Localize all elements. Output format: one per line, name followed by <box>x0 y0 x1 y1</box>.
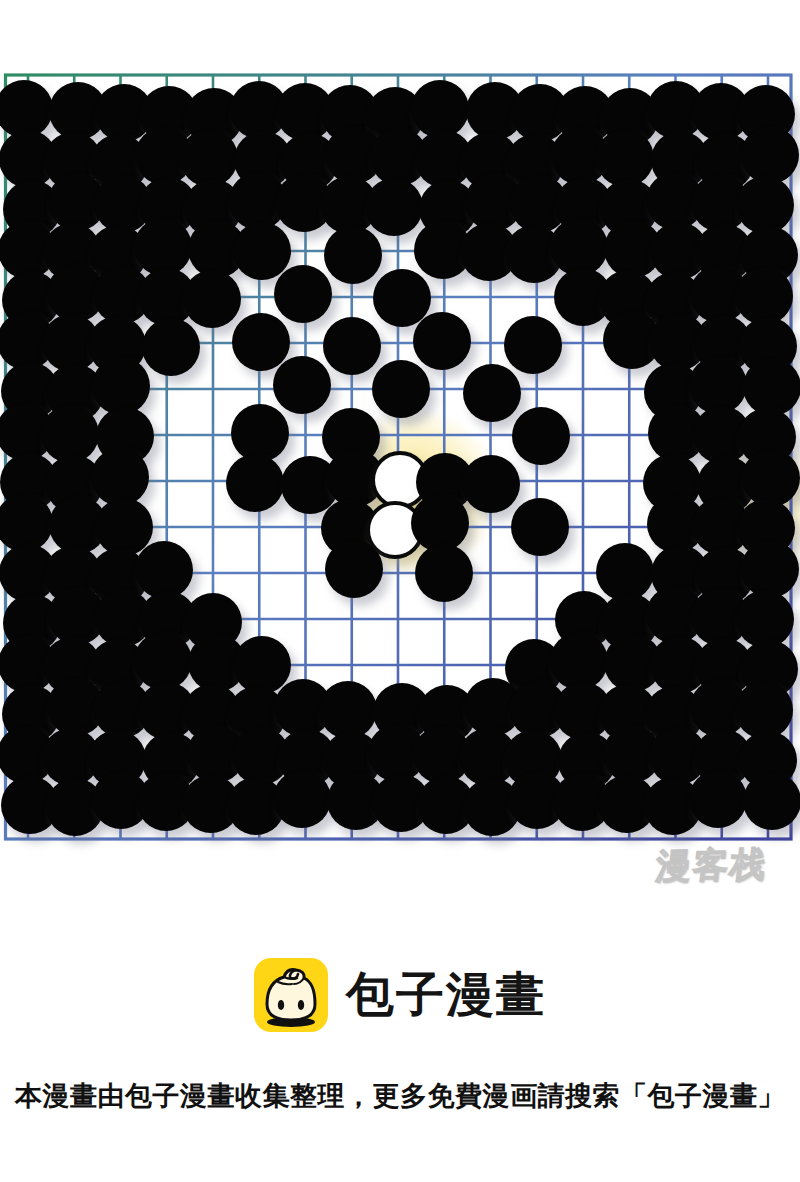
logo-row: 包子漫畫 <box>0 940 800 1050</box>
black-stone <box>273 770 331 828</box>
black-stone <box>226 454 284 512</box>
black-stone <box>231 404 289 462</box>
black-stone <box>743 358 800 416</box>
go-board: 漫客栈 <box>0 0 800 900</box>
black-stone <box>273 356 331 414</box>
black-stone <box>415 544 473 602</box>
footer-branding: 包子漫畫 本漫畫由包子漫畫收集整理，更多免費漫画請搜索「包子漫畫」 <box>0 940 800 1114</box>
black-stone <box>689 770 747 828</box>
black-stone <box>741 126 799 184</box>
stones-layer <box>0 0 800 900</box>
black-stone <box>323 317 381 375</box>
baozi-bun-icon <box>254 958 328 1032</box>
black-stone <box>365 178 423 236</box>
black-stone <box>511 498 569 556</box>
black-stone <box>741 540 799 598</box>
black-stone <box>512 407 570 465</box>
footer-caption: 本漫畫由包子漫畫收集整理，更多免費漫画請搜索「包子漫畫」 <box>0 1078 800 1114</box>
manga-page: 漫客栈 包子漫畫 本漫畫由包子漫畫收集整理，更多免費漫画請搜索「包子漫畫」 <box>0 0 800 1182</box>
watermark: 漫客栈 <box>653 841 769 890</box>
black-stone <box>274 265 332 323</box>
black-stone <box>142 318 200 376</box>
black-stone <box>743 772 800 830</box>
logo-title: 包子漫畫 <box>346 963 546 1027</box>
black-stone <box>462 455 520 513</box>
black-stone <box>372 360 430 418</box>
black-stone <box>742 449 800 507</box>
black-stone <box>183 270 241 328</box>
black-stone <box>463 364 521 422</box>
black-stone <box>324 226 382 284</box>
black-stone <box>325 540 383 598</box>
black-stone <box>504 316 562 374</box>
black-stone <box>413 312 471 370</box>
